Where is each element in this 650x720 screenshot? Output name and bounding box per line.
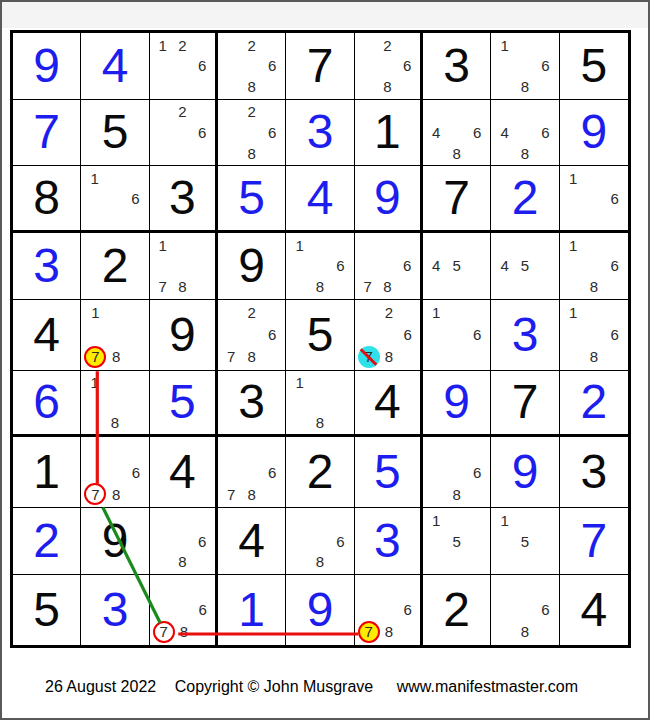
cell-r3c2[interactable]: 16 (81, 166, 149, 233)
candidate-digit: 6 (604, 324, 625, 346)
cell-r4c8[interactable]: 45 (491, 233, 559, 300)
cell-r1c6[interactable]: 268 (355, 33, 423, 100)
cell-r7c5[interactable]: 2 (286, 437, 354, 508)
cell-r5c2[interactable]: 178 (81, 300, 149, 371)
cell-r7c6[interactable]: 5 (355, 437, 423, 508)
cell-r2c1[interactable]: 7 (13, 100, 81, 167)
cell-r2c4[interactable]: 268 (218, 100, 286, 167)
solved-digit: 9 (512, 448, 539, 496)
cell-r1c7[interactable]: 3 (423, 33, 491, 100)
candidate-digit: 8 (380, 346, 399, 368)
candidate-digit: 8 (446, 143, 466, 164)
candidate-digit: 6 (535, 599, 555, 621)
cell-r7c1[interactable]: 1 (13, 437, 81, 508)
cell-r4c7[interactable]: 45 (423, 233, 491, 300)
cell-r3c4[interactable]: 5 (218, 166, 286, 233)
sudoku-board: 9412626872683168575262683146846898163549… (10, 30, 631, 648)
given-digit: 9 (102, 517, 129, 565)
candidate-digit: 8 (310, 276, 330, 297)
cell-r6c7[interactable]: 9 (423, 371, 491, 438)
cell-r5c9[interactable]: 168 (560, 300, 628, 371)
cell-r2c6[interactable]: 1 (355, 100, 423, 167)
cell-r5c1[interactable]: 4 (13, 300, 81, 371)
candidate-digit: 8 (515, 143, 535, 164)
candidate-digit: 2 (380, 302, 399, 324)
candidate-digit: 8 (106, 483, 126, 505)
cell-r6c6[interactable]: 4 (355, 371, 423, 438)
header-strip (2, 2, 648, 28)
cell-r3c3[interactable]: 3 (150, 166, 218, 233)
given-digit: 7 (512, 378, 539, 426)
cell-r4c2[interactable]: 2 (81, 233, 149, 300)
cell-r7c7[interactable]: 68 (423, 437, 491, 508)
solved-digit: 9 (443, 378, 470, 426)
cell-r6c5[interactable]: 18 (286, 371, 354, 438)
candidate-digit: 1 (289, 373, 309, 393)
cell-r1c8[interactable]: 168 (491, 33, 559, 100)
cell-r4c6[interactable]: 678 (355, 233, 423, 300)
solved-digit: 9 (580, 108, 607, 156)
candidate-digit: 6 (398, 324, 417, 346)
cell-r9c8[interactable]: 68 (491, 575, 559, 645)
cell-r7c9[interactable]: 3 (560, 437, 628, 508)
candidate-digit: 8 (175, 621, 194, 643)
solved-digit: 5 (374, 448, 401, 496)
cell-r9c5[interactable]: 9 (286, 575, 354, 645)
candidate-digit: 6 (604, 188, 625, 208)
candidate-digit: 8 (241, 76, 261, 97)
cell-r5c5[interactable]: 5 (286, 300, 354, 371)
candidate-digit: 6 (125, 188, 145, 208)
candidate-digit: 2 (241, 35, 261, 56)
solved-digit: 3 (512, 311, 539, 359)
candidate-digit: 6 (398, 599, 417, 621)
cell-r5c4[interactable]: 2678 (218, 300, 286, 371)
solved-digit: 9 (33, 42, 60, 90)
candidate-digit: 1 (289, 235, 309, 256)
candidate-digit: 6 (535, 122, 555, 143)
cell-r1c5[interactable]: 7 (286, 33, 354, 100)
given-digit: 3 (580, 448, 607, 496)
solved-digit: 2 (33, 517, 60, 565)
solved-digit: 1 (238, 586, 265, 634)
cell-r1c9[interactable]: 5 (560, 33, 628, 100)
cell-r9c3[interactable]: 678 (150, 575, 218, 645)
candidate-7-open-circle: 7 (84, 483, 106, 505)
cell-r2c5[interactable]: 3 (286, 100, 354, 167)
cell-r9c1[interactable]: 5 (13, 575, 81, 645)
solved-digit: 3 (102, 586, 129, 634)
given-digit: 5 (307, 311, 334, 359)
cell-r2c8[interactable]: 468 (491, 100, 559, 167)
candidate-digit: 5 (515, 531, 535, 552)
given-digit: 8 (33, 174, 60, 222)
candidate-digit: 8 (583, 276, 604, 297)
solved-digit: 5 (169, 378, 196, 426)
given-digit: 1 (374, 108, 401, 156)
solved-digit: 7 (33, 108, 60, 156)
candidate-7-yellow-circle: 7 (358, 621, 380, 643)
cell-r5c3[interactable]: 9 (150, 300, 218, 371)
footer-website[interactable]: www.manifestmaster.com (397, 678, 578, 695)
cell-r8c9[interactable]: 7 (560, 508, 628, 575)
candidate-digit: 6 (535, 56, 555, 77)
candidate-digit: 1 (84, 373, 104, 393)
given-digit: 1 (33, 448, 60, 496)
solved-digit: 7 (580, 517, 607, 565)
cell-r8c3[interactable]: 68 (150, 508, 218, 575)
given-digit: 5 (580, 42, 607, 90)
cell-r6c2[interactable]: 18 (81, 371, 149, 438)
candidate-digit: 5 (446, 256, 466, 277)
given-digit: 4 (169, 448, 196, 496)
given-digit: 3 (238, 378, 265, 426)
cell-r7c4[interactable]: 678 (218, 437, 286, 508)
page: 9412626872683168575262683146846898163549… (0, 0, 650, 720)
candidate-digit: 6 (192, 531, 212, 552)
given-digit: 2 (102, 242, 129, 290)
cell-r3c7[interactable]: 7 (423, 166, 491, 233)
candidate-digit: 8 (106, 346, 126, 368)
candidate-digit: 1 (426, 302, 446, 324)
candidate-digit: 5 (446, 531, 466, 552)
cell-r4c1[interactable]: 3 (13, 233, 81, 300)
candidate-digit: 8 (380, 621, 399, 643)
cell-r4c9[interactable]: 168 (560, 233, 628, 300)
candidate-digit: 6 (467, 324, 487, 346)
cell-r7c8[interactable]: 9 (491, 437, 559, 508)
cell-r8c4[interactable]: 4 (218, 508, 286, 575)
candidate-digit: 2 (241, 102, 261, 123)
cell-r5c6[interactable]: 2678 (355, 300, 423, 371)
candidate-digit: 6 (192, 122, 212, 143)
candidate-digit: 6 (126, 461, 146, 483)
cell-r9c9[interactable]: 4 (560, 575, 628, 645)
candidate-digit: 7 (358, 276, 378, 297)
candidate-digit: 6 (330, 256, 350, 277)
candidate-digit: 6 (467, 461, 487, 483)
candidate-digit: 1 (84, 168, 104, 188)
cell-r9c6[interactable]: 678 (355, 575, 423, 645)
cell-r4c3[interactable]: 178 (150, 233, 218, 300)
given-digit: 3 (169, 174, 196, 222)
given-digit: 5 (33, 586, 60, 634)
cell-r4c4[interactable]: 9 (218, 233, 286, 300)
candidate-7-open-circle: 7 (153, 621, 175, 643)
solved-digit: 3 (33, 242, 60, 290)
candidate-digit: 1 (426, 510, 446, 531)
candidate-digit: 2 (377, 35, 397, 56)
candidate-7-yellow-circle: 7 (84, 346, 106, 368)
cell-r3c6[interactable]: 9 (355, 166, 423, 233)
cell-r8c1[interactable]: 2 (13, 508, 81, 575)
cell-r1c1[interactable]: 9 (13, 33, 81, 100)
cell-r1c4[interactable]: 268 (218, 33, 286, 100)
candidate-digit: 8 (377, 76, 397, 97)
given-digit: 2 (307, 448, 334, 496)
cell-r4c5[interactable]: 168 (286, 233, 354, 300)
cell-r6c3[interactable]: 5 (150, 371, 218, 438)
cell-r8c2[interactable]: 9 (81, 508, 149, 575)
given-digit: 9 (238, 242, 265, 290)
candidate-digit: 8 (241, 143, 261, 164)
candidate-digit: 6 (262, 461, 282, 483)
candidate-digit: 2 (241, 302, 261, 324)
solved-digit: 2 (580, 378, 607, 426)
candidate-digit: 1 (153, 235, 173, 256)
cell-r6c8[interactable]: 7 (491, 371, 559, 438)
candidate-digit: 6 (397, 256, 417, 277)
cell-r9c2[interactable]: 3 (81, 575, 149, 645)
cell-r2c9[interactable]: 9 (560, 100, 628, 167)
candidate-digit: 4 (494, 256, 514, 277)
candidate-digit: 8 (446, 483, 466, 505)
candidate-digit: 1 (84, 302, 106, 324)
given-digit: 4 (238, 517, 265, 565)
cell-r8c8[interactable]: 15 (491, 508, 559, 575)
candidate-digit: 8 (172, 551, 192, 572)
cell-r1c3[interactable]: 126 (150, 33, 218, 100)
candidate-digit: 8 (172, 276, 192, 297)
solved-digit: 9 (307, 586, 334, 634)
candidate-digit: 4 (494, 122, 514, 143)
cell-r8c5[interactable]: 68 (286, 508, 354, 575)
candidate-digit: 1 (563, 302, 584, 324)
given-digit: 4 (33, 311, 60, 359)
candidate-digit: 2 (172, 35, 192, 56)
candidate-digit: 8 (310, 412, 330, 432)
solved-digit: 3 (307, 108, 334, 156)
candidate-digit: 6 (262, 122, 282, 143)
candidate-digit: 6 (192, 56, 212, 77)
cell-r2c7[interactable]: 468 (423, 100, 491, 167)
candidate-digit: 6 (397, 56, 417, 77)
cell-r9c7[interactable]: 2 (423, 575, 491, 645)
candidate-digit: 6 (262, 56, 282, 77)
cell-r6c1[interactable]: 6 (13, 371, 81, 438)
cell-r5c8[interactable]: 3 (491, 300, 559, 371)
candidate-digit: 8 (241, 346, 261, 368)
solved-digit: 9 (374, 174, 401, 222)
cell-r7c2[interactable]: 678 (81, 437, 149, 508)
cell-r3c5[interactable]: 4 (286, 166, 354, 233)
given-digit: 4 (580, 586, 607, 634)
candidate-digit: 8 (515, 76, 535, 97)
candidate-digit: 8 (583, 346, 604, 368)
cell-r6c9[interactable]: 2 (560, 371, 628, 438)
candidate-digit: 6 (604, 256, 625, 277)
cell-r8c6[interactable]: 3 (355, 508, 423, 575)
given-digit: 9 (169, 311, 196, 359)
given-digit: 7 (307, 42, 334, 90)
solved-digit: 4 (307, 174, 334, 222)
cell-r2c3[interactable]: 26 (150, 100, 218, 167)
cell-r2c2[interactable]: 5 (81, 100, 149, 167)
candidate-digit: 8 (310, 551, 330, 572)
given-digit: 4 (374, 378, 401, 426)
candidate-digit: 1 (494, 510, 514, 531)
solved-digit: 4 (102, 42, 129, 90)
candidate-digit: 6 (193, 599, 212, 621)
cell-r3c8[interactable]: 2 (491, 166, 559, 233)
footer: 26 August 2022 Copyright © John Musgrave… (45, 678, 578, 696)
given-digit: 7 (443, 174, 470, 222)
candidate-digit: 1 (494, 35, 514, 56)
candidate-digit: 6 (330, 531, 350, 552)
cell-r3c1[interactable]: 8 (13, 166, 81, 233)
cell-r1c2[interactable]: 4 (81, 33, 149, 100)
solved-digit: 5 (238, 174, 265, 222)
cell-r5c7[interactable]: 16 (423, 300, 491, 371)
cell-r3c9[interactable]: 16 (560, 166, 628, 233)
candidate-digit: 7 (221, 483, 241, 505)
candidate-7-cyan-circle: 7 (358, 346, 380, 368)
candidate-digit: 1 (563, 235, 584, 256)
candidate-digit: 8 (377, 276, 397, 297)
solved-digit: 2 (512, 174, 539, 222)
cell-r6c4[interactable]: 3 (218, 371, 286, 438)
candidate-digit: 5 (515, 256, 535, 277)
cell-r9c4[interactable]: 1 (218, 575, 286, 645)
candidate-digit: 4 (426, 256, 446, 277)
given-digit: 2 (443, 586, 470, 634)
cell-r8c7[interactable]: 15 (423, 508, 491, 575)
cell-r7c3[interactable]: 4 (150, 437, 218, 508)
candidate-digit: 2 (172, 102, 192, 123)
candidate-digit: 4 (426, 122, 446, 143)
candidate-digit: 1 (153, 35, 173, 56)
candidate-digit: 7 (153, 276, 173, 297)
candidate-digit: 8 (515, 621, 535, 643)
candidate-digit: 8 (241, 483, 261, 505)
given-digit: 3 (443, 42, 470, 90)
candidate-digit: 6 (467, 122, 487, 143)
candidate-digit: 1 (563, 168, 584, 188)
solved-digit: 6 (33, 378, 60, 426)
footer-copyright: Copyright © John Musgrave (175, 678, 374, 695)
candidate-digit: 6 (262, 324, 282, 346)
given-digit: 5 (102, 108, 129, 156)
solved-digit: 3 (374, 517, 401, 565)
candidate-digit: 8 (105, 412, 125, 432)
footer-date: 26 August 2022 (45, 678, 156, 695)
candidate-digit: 7 (221, 346, 241, 368)
